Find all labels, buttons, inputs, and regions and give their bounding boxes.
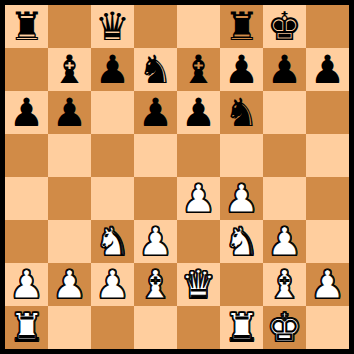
square-h3[interactable] — [306, 220, 349, 263]
piece-black-knight[interactable]: ♞ — [220, 91, 263, 134]
square-e6[interactable]: ♟ — [177, 91, 220, 134]
square-h5[interactable] — [306, 134, 349, 177]
square-f4[interactable]: ♟ — [220, 177, 263, 220]
piece-white-bishop[interactable]: ♝ — [134, 263, 177, 306]
square-h4[interactable] — [306, 177, 349, 220]
square-d3[interactable]: ♟ — [134, 220, 177, 263]
piece-black-bishop[interactable]: ♝ — [48, 48, 91, 91]
square-f7[interactable]: ♟ — [220, 48, 263, 91]
piece-black-pawn[interactable]: ♟ — [263, 48, 306, 91]
piece-black-pawn[interactable]: ♟ — [5, 91, 48, 134]
square-c8[interactable]: ♛ — [91, 5, 134, 48]
square-e7[interactable]: ♝ — [177, 48, 220, 91]
square-g4[interactable] — [263, 177, 306, 220]
piece-black-queen[interactable]: ♛ — [91, 5, 134, 48]
square-g2[interactable]: ♝ — [263, 263, 306, 306]
square-h7[interactable]: ♟ — [306, 48, 349, 91]
square-c4[interactable] — [91, 177, 134, 220]
square-b2[interactable]: ♟ — [48, 263, 91, 306]
square-g5[interactable] — [263, 134, 306, 177]
square-b6[interactable]: ♟ — [48, 91, 91, 134]
square-a3[interactable] — [5, 220, 48, 263]
piece-black-king[interactable]: ♚ — [263, 5, 306, 48]
square-e8[interactable] — [177, 5, 220, 48]
square-b1[interactable] — [48, 306, 91, 349]
square-f5[interactable] — [220, 134, 263, 177]
piece-white-rook[interactable]: ♜ — [5, 306, 48, 349]
piece-white-pawn[interactable]: ♟ — [220, 177, 263, 220]
piece-black-pawn[interactable]: ♟ — [220, 48, 263, 91]
piece-white-rook[interactable]: ♜ — [220, 306, 263, 349]
square-h8[interactable] — [306, 5, 349, 48]
square-g3[interactable]: ♟ — [263, 220, 306, 263]
piece-white-queen[interactable]: ♛ — [177, 263, 220, 306]
square-d2[interactable]: ♝ — [134, 263, 177, 306]
piece-black-rook[interactable]: ♜ — [5, 5, 48, 48]
square-c7[interactable]: ♟ — [91, 48, 134, 91]
piece-black-pawn[interactable]: ♟ — [91, 48, 134, 91]
piece-black-rook[interactable]: ♜ — [220, 5, 263, 48]
square-b5[interactable] — [48, 134, 91, 177]
square-f6[interactable]: ♞ — [220, 91, 263, 134]
square-f8[interactable]: ♜ — [220, 5, 263, 48]
square-a4[interactable] — [5, 177, 48, 220]
square-d5[interactable] — [134, 134, 177, 177]
piece-black-pawn[interactable]: ♟ — [134, 91, 177, 134]
piece-black-pawn[interactable]: ♟ — [177, 91, 220, 134]
piece-white-pawn[interactable]: ♟ — [91, 263, 134, 306]
square-d8[interactable] — [134, 5, 177, 48]
piece-white-pawn[interactable]: ♟ — [306, 263, 349, 306]
square-a8[interactable]: ♜ — [5, 5, 48, 48]
square-d6[interactable]: ♟ — [134, 91, 177, 134]
square-b4[interactable] — [48, 177, 91, 220]
square-a6[interactable]: ♟ — [5, 91, 48, 134]
square-e3[interactable] — [177, 220, 220, 263]
square-g1[interactable]: ♚ — [263, 306, 306, 349]
board-frame: ♜♛♜♚♝♟♞♝♟♟♟♟♟♟♟♞♟♟♞♟♞♟♟♟♟♝♛♝♟♜♜♚ — [0, 0, 354, 354]
square-c2[interactable]: ♟ — [91, 263, 134, 306]
square-e1[interactable] — [177, 306, 220, 349]
square-g8[interactable]: ♚ — [263, 5, 306, 48]
square-d4[interactable] — [134, 177, 177, 220]
piece-white-bishop[interactable]: ♝ — [263, 263, 306, 306]
square-a2[interactable]: ♟ — [5, 263, 48, 306]
square-f3[interactable]: ♞ — [220, 220, 263, 263]
square-h6[interactable] — [306, 91, 349, 134]
square-f2[interactable] — [220, 263, 263, 306]
square-e2[interactable]: ♛ — [177, 263, 220, 306]
square-f1[interactable]: ♜ — [220, 306, 263, 349]
square-c6[interactable] — [91, 91, 134, 134]
square-b8[interactable] — [48, 5, 91, 48]
piece-black-pawn[interactable]: ♟ — [48, 91, 91, 134]
square-e4[interactable]: ♟ — [177, 177, 220, 220]
piece-black-bishop[interactable]: ♝ — [177, 48, 220, 91]
piece-white-pawn[interactable]: ♟ — [5, 263, 48, 306]
piece-white-pawn[interactable]: ♟ — [134, 220, 177, 263]
piece-white-pawn[interactable]: ♟ — [177, 177, 220, 220]
square-a5[interactable] — [5, 134, 48, 177]
chess-board: ♜♛♜♚♝♟♞♝♟♟♟♟♟♟♟♞♟♟♞♟♞♟♟♟♟♝♛♝♟♜♜♚ — [5, 5, 349, 349]
piece-white-knight[interactable]: ♞ — [91, 220, 134, 263]
square-a7[interactable] — [5, 48, 48, 91]
piece-black-pawn[interactable]: ♟ — [306, 48, 349, 91]
square-c3[interactable]: ♞ — [91, 220, 134, 263]
square-g6[interactable] — [263, 91, 306, 134]
piece-white-pawn[interactable]: ♟ — [48, 263, 91, 306]
square-d1[interactable] — [134, 306, 177, 349]
square-h2[interactable]: ♟ — [306, 263, 349, 306]
square-a1[interactable]: ♜ — [5, 306, 48, 349]
square-c5[interactable] — [91, 134, 134, 177]
square-g7[interactable]: ♟ — [263, 48, 306, 91]
square-c1[interactable] — [91, 306, 134, 349]
piece-white-knight[interactable]: ♞ — [220, 220, 263, 263]
square-h1[interactable] — [306, 306, 349, 349]
piece-black-knight[interactable]: ♞ — [134, 48, 177, 91]
piece-white-pawn[interactable]: ♟ — [263, 220, 306, 263]
square-b7[interactable]: ♝ — [48, 48, 91, 91]
piece-white-king[interactable]: ♚ — [263, 306, 306, 349]
square-e5[interactable] — [177, 134, 220, 177]
square-b3[interactable] — [48, 220, 91, 263]
square-d7[interactable]: ♞ — [134, 48, 177, 91]
